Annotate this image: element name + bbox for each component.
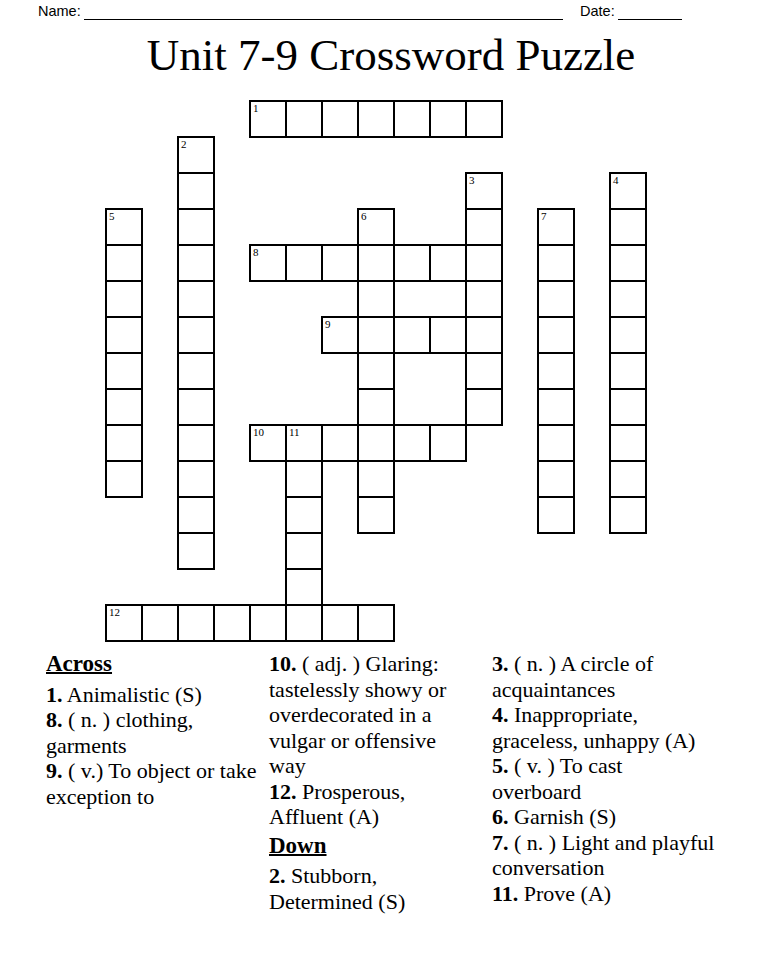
clue-number: 4.	[492, 702, 509, 727]
grid-cell-r3c0[interactable]: 5	[105, 208, 143, 246]
clue-number: 5.	[492, 753, 509, 778]
grid-cell-r8c0[interactable]	[105, 388, 143, 426]
clue-number: 12.	[269, 779, 297, 804]
grid-cell-r9c6[interactable]	[321, 424, 359, 462]
grid-cell-r9c9[interactable]	[429, 424, 467, 462]
grid-cell-r9c12[interactable]	[537, 424, 575, 462]
cell-number-6: 6	[361, 211, 367, 222]
grid-cell-r7c2[interactable]	[177, 352, 215, 390]
cell-number-4: 4	[613, 175, 619, 186]
grid-cell-r4c14[interactable]	[609, 244, 647, 282]
clue-number: 10.	[269, 651, 297, 676]
grid-cell-r14c0[interactable]: 12	[105, 604, 143, 642]
grid-cell-r9c4[interactable]: 10	[249, 424, 287, 462]
clue-down-2: 2. Stubborn, Determined (S)	[269, 863, 475, 914]
grid-cell-r8c2[interactable]	[177, 388, 215, 426]
cell-number-2: 2	[181, 139, 187, 150]
grid-cell-r6c8[interactable]	[393, 316, 431, 354]
grid-cell-r0c9[interactable]	[429, 100, 467, 138]
grid-cell-r14c7[interactable]	[357, 604, 395, 642]
grid-cell-r4c10[interactable]	[465, 244, 503, 282]
grid-cell-r9c5[interactable]: 11	[285, 424, 323, 462]
grid-cell-r8c10[interactable]	[465, 388, 503, 426]
grid-cell-r10c14[interactable]	[609, 460, 647, 498]
grid-cell-r7c7[interactable]	[357, 352, 395, 390]
grid-cell-r10c2[interactable]	[177, 460, 215, 498]
grid-cell-r10c7[interactable]	[357, 460, 395, 498]
grid-cell-r11c14[interactable]	[609, 496, 647, 534]
grid-cell-r0c6[interactable]	[321, 100, 359, 138]
grid-cell-r5c12[interactable]	[537, 280, 575, 318]
grid-cell-r14c1[interactable]	[141, 604, 179, 642]
clue-column-1: Across1. Animalistic (S)8. ( n. ) clothi…	[46, 651, 260, 809]
grid-cell-r5c2[interactable]	[177, 280, 215, 318]
clue-across-8: 8. ( n. ) clothing, garments	[46, 707, 260, 758]
clue-down-6: 6. Garnish (S)	[492, 804, 716, 830]
clue-number: 9.	[46, 758, 63, 783]
grid-cell-r4c12[interactable]	[537, 244, 575, 282]
down-clues-header: Down	[269, 833, 475, 859]
clue-down-7: 7. ( n. ) Light and playful conversation	[492, 830, 716, 881]
date-input-line[interactable]	[618, 5, 682, 20]
cell-number-5: 5	[109, 211, 115, 222]
grid-cell-r6c6[interactable]: 9	[321, 316, 359, 354]
grid-cell-r2c10[interactable]: 3	[465, 172, 503, 210]
clue-number: 1.	[46, 682, 63, 707]
grid-cell-r10c12[interactable]	[537, 460, 575, 498]
name-input-line[interactable]	[84, 5, 563, 20]
clue-number: 11.	[492, 881, 518, 906]
worksheet-page: Name: Date: Unit 7-9 Crossword Puzzle 12…	[0, 0, 757, 980]
grid-cell-r14c2[interactable]	[177, 604, 215, 642]
grid-cell-r0c7[interactable]	[357, 100, 395, 138]
grid-cell-r14c5[interactable]	[285, 604, 323, 642]
date-label: Date:	[580, 3, 615, 19]
grid-cell-r3c7[interactable]: 6	[357, 208, 395, 246]
grid-cell-r8c14[interactable]	[609, 388, 647, 426]
clue-column-3: 3. ( n. ) A circle of acquaintances4. In…	[492, 651, 716, 906]
grid-cell-r2c2[interactable]	[177, 172, 215, 210]
grid-cell-r9c2[interactable]	[177, 424, 215, 462]
grid-cell-r7c14[interactable]	[609, 352, 647, 390]
grid-cell-r8c12[interactable]	[537, 388, 575, 426]
grid-cell-r11c5[interactable]	[285, 496, 323, 534]
grid-cell-r8c7[interactable]	[357, 388, 395, 426]
grid-cell-r5c0[interactable]	[105, 280, 143, 318]
clue-down-5: 5. ( v. ) To cast overboard	[492, 753, 716, 804]
grid-cell-r11c12[interactable]	[537, 496, 575, 534]
grid-cell-r4c2[interactable]	[177, 244, 215, 282]
grid-cell-r9c14[interactable]	[609, 424, 647, 462]
cell-number-7: 7	[541, 211, 547, 222]
grid-cell-r5c7[interactable]	[357, 280, 395, 318]
grid-cell-r6c2[interactable]	[177, 316, 215, 354]
cell-number-8: 8	[253, 247, 259, 258]
grid-cell-r5c10[interactable]	[465, 280, 503, 318]
grid-cell-r10c5[interactable]	[285, 460, 323, 498]
grid-cell-r3c2[interactable]	[177, 208, 215, 246]
name-label: Name:	[38, 3, 81, 19]
grid-cell-r4c5[interactable]	[285, 244, 323, 282]
grid-cell-r5c14[interactable]	[609, 280, 647, 318]
grid-cell-r0c8[interactable]	[393, 100, 431, 138]
grid-cell-r4c8[interactable]	[393, 244, 431, 282]
grid-cell-r4c0[interactable]	[105, 244, 143, 282]
clue-number: 7.	[492, 830, 509, 855]
grid-cell-r4c9[interactable]	[429, 244, 467, 282]
grid-cell-r7c0[interactable]	[105, 352, 143, 390]
clue-number: 2.	[269, 863, 286, 888]
grid-cell-r6c0[interactable]	[105, 316, 143, 354]
grid-cell-r3c14[interactable]	[609, 208, 647, 246]
grid-cell-r14c4[interactable]	[249, 604, 287, 642]
clue-down-11: 11. Prove (A)	[492, 881, 716, 907]
page-title: Unit 7-9 Crossword Puzzle	[147, 29, 636, 81]
cell-number-12: 12	[109, 607, 120, 618]
grid-cell-r0c10[interactable]	[465, 100, 503, 138]
grid-cell-r7c10[interactable]	[465, 352, 503, 390]
cell-number-1: 1	[253, 103, 259, 114]
cell-number-11: 11	[289, 427, 300, 438]
clue-down-3: 3. ( n. ) A circle of acquaintances	[492, 651, 716, 702]
clue-across-12: 12. Prosperous, Affluent (A)	[269, 779, 475, 830]
clue-column-2: 10. ( adj. ) Glaring: tastelessly showy …	[269, 651, 475, 914]
grid-cell-r0c4[interactable]: 1	[249, 100, 287, 138]
grid-cell-r9c8[interactable]	[393, 424, 431, 462]
cell-number-9: 9	[325, 319, 331, 330]
grid-cell-r6c9[interactable]	[429, 316, 467, 354]
grid-cell-r12c2[interactable]	[177, 532, 215, 570]
grid-cell-r9c0[interactable]	[105, 424, 143, 462]
grid-cell-r11c2[interactable]	[177, 496, 215, 534]
grid-cell-r6c14[interactable]	[609, 316, 647, 354]
grid-cell-r1c2[interactable]: 2	[177, 136, 215, 174]
grid-cell-r0c5[interactable]	[285, 100, 323, 138]
clue-number: 6.	[492, 804, 509, 829]
grid-cell-r6c7[interactable]	[357, 316, 395, 354]
clue-down-4: 4. Inappropriate, graceless, unhappy (A)	[492, 702, 716, 753]
grid-cell-r11c7[interactable]	[357, 496, 395, 534]
clue-number: 3.	[492, 651, 509, 676]
grid-cell-r4c4[interactable]: 8	[249, 244, 287, 282]
grid-cell-r13c5[interactable]	[285, 568, 323, 606]
clue-across-9: 9. ( v.) To object or take exception to	[46, 758, 260, 809]
clue-number: 8.	[46, 707, 63, 732]
grid-cell-r4c7[interactable]	[357, 244, 395, 282]
grid-cell-r12c5[interactable]	[285, 532, 323, 570]
grid-cell-r10c0[interactable]	[105, 460, 143, 498]
across-clues-header: Across	[46, 651, 260, 677]
cell-number-10: 10	[253, 427, 264, 438]
clue-across-10: 10. ( adj. ) Glaring: tastelessly showy …	[269, 651, 475, 779]
crossword-grid: 123456789101112	[106, 101, 648, 643]
grid-cell-r7c12[interactable]	[537, 352, 575, 390]
clue-across-1: 1. Animalistic (S)	[46, 682, 260, 708]
grid-cell-r9c7[interactable]	[357, 424, 395, 462]
grid-cell-r6c10[interactable]	[465, 316, 503, 354]
grid-cell-r14c6[interactable]	[321, 604, 359, 642]
cell-number-3: 3	[469, 175, 475, 186]
grid-cell-r14c3[interactable]	[213, 604, 251, 642]
grid-cell-r3c10[interactable]	[465, 208, 503, 246]
grid-cell-r2c14[interactable]: 4	[609, 172, 647, 210]
grid-cell-r4c6[interactable]	[321, 244, 359, 282]
grid-cell-r6c12[interactable]	[537, 316, 575, 354]
grid-cell-r3c12[interactable]: 7	[537, 208, 575, 246]
